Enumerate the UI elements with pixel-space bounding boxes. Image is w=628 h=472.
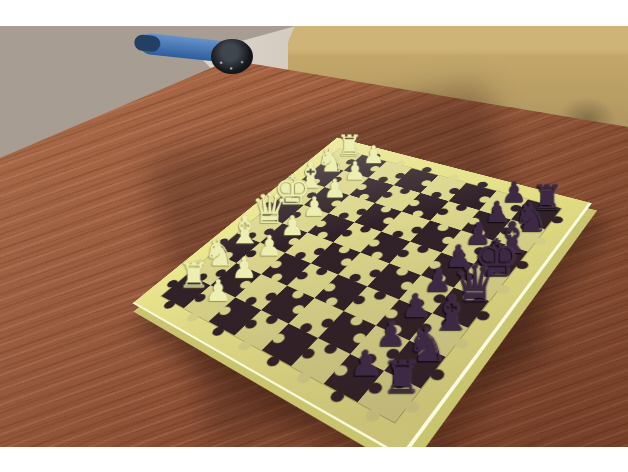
puzzle-knob bbox=[474, 309, 492, 322]
puzzle-knob bbox=[357, 193, 371, 201]
puzzle-knob bbox=[363, 407, 383, 424]
puzzle-knob bbox=[270, 332, 287, 345]
puzzle-knob bbox=[328, 388, 347, 403]
puzzle-knob bbox=[162, 299, 177, 310]
black-rook[interactable]: ♜ bbox=[379, 357, 425, 402]
puzzle-knob bbox=[420, 166, 433, 173]
puzzle-knob bbox=[337, 211, 351, 219]
letterbox-top bbox=[0, 0, 628, 26]
puzzle-knob bbox=[319, 317, 336, 329]
puzzle-knob bbox=[402, 399, 422, 415]
puzzle-knob bbox=[322, 282, 338, 293]
puzzle-knob bbox=[293, 251, 308, 261]
puzzle-knob bbox=[376, 176, 389, 183]
puzzle-knob bbox=[380, 191, 394, 199]
white-pawn[interactable]: ♟ bbox=[199, 277, 237, 307]
puzzle-knob bbox=[532, 237, 548, 247]
puzzle-knob bbox=[243, 295, 259, 306]
scene: ♜♞♝♛♚♝♞♜♟♟♟♟♟♟♟♟♟♟♟♟♟♟♟♟♜♞♝♛♚♝♞♜ bbox=[0, 0, 628, 472]
puzzle-knob bbox=[243, 318, 259, 330]
puzzle-knob bbox=[185, 312, 201, 323]
puzzle-knob bbox=[379, 205, 393, 213]
puzzle-knob bbox=[236, 339, 253, 352]
puzzle-knob bbox=[295, 371, 313, 385]
caster-wheel-icon bbox=[211, 39, 253, 74]
puzzle-knob bbox=[407, 199, 421, 207]
puzzle-knob bbox=[263, 291, 279, 302]
puzzle-knob bbox=[452, 337, 470, 351]
puzzle-knob bbox=[298, 322, 315, 334]
letterbox-bottom bbox=[0, 447, 628, 472]
puzzle-knob bbox=[447, 173, 461, 181]
puzzle-knob bbox=[476, 181, 490, 189]
puzzle-knob bbox=[210, 325, 226, 337]
puzzle-knob bbox=[391, 230, 406, 239]
